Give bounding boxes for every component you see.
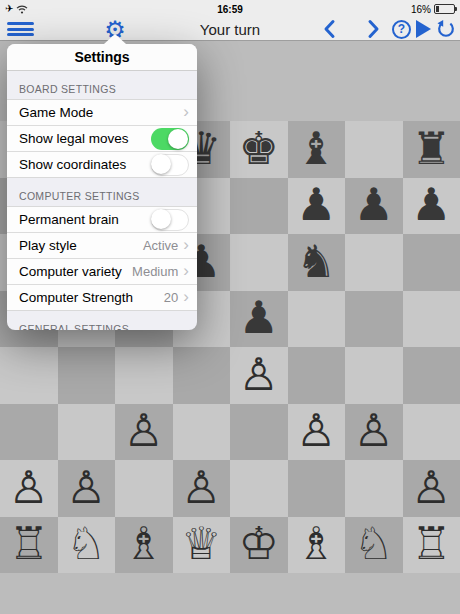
square-e1[interactable]: ♔ <box>230 517 288 574</box>
square-h1[interactable]: ♖ <box>403 517 460 574</box>
square-h8[interactable]: ♜ <box>403 121 460 178</box>
battery-icon <box>434 4 455 14</box>
square-g3[interactable]: ♙ <box>345 404 403 461</box>
popover-title: Settings <box>7 44 197 71</box>
square-e4[interactable]: ♙ <box>230 347 288 404</box>
black-knight-piece: ♞ <box>296 239 336 284</box>
white-rook-piece: ♖ <box>9 521 49 566</box>
row-label: Play style <box>19 238 143 253</box>
black-rook-piece: ♜ <box>411 126 451 171</box>
white-pawn-piece: ♙ <box>411 465 451 510</box>
app-screen: ✈ 16:59 16% ⚙ Your turn ? <box>0 0 460 614</box>
square-e3[interactable] <box>230 404 288 461</box>
forward-move-button[interactable] <box>364 19 382 39</box>
white-queen-piece: ♕ <box>181 521 221 566</box>
square-a2[interactable]: ♙ <box>0 460 58 517</box>
square-g4[interactable] <box>345 347 403 404</box>
toolbar: ⚙ Your turn ? <box>0 18 460 41</box>
white-pawn-piece: ♙ <box>354 408 394 453</box>
square-e5[interactable]: ♟ <box>230 291 288 348</box>
square-h4[interactable] <box>403 347 460 404</box>
square-a3[interactable] <box>0 404 58 461</box>
square-b3[interactable] <box>58 404 116 461</box>
square-e7[interactable] <box>230 178 288 235</box>
section-header-computer-settings: COMPUTER SETTINGS <box>7 178 197 206</box>
white-pawn-piece: ♙ <box>124 408 164 453</box>
square-e6[interactable] <box>230 234 288 291</box>
white-pawn-piece: ♙ <box>296 408 336 453</box>
white-pawn-piece: ♙ <box>181 465 221 510</box>
row-label: Game Mode <box>19 105 183 120</box>
square-f8[interactable]: ♝ <box>288 121 346 178</box>
chevron-right-icon: › <box>183 236 189 253</box>
settings-row-play-style[interactable]: Play styleActive› <box>7 232 197 258</box>
square-g1[interactable]: ♘ <box>345 517 403 574</box>
square-g8[interactable] <box>345 121 403 178</box>
square-f4[interactable] <box>288 347 346 404</box>
square-f3[interactable]: ♙ <box>288 404 346 461</box>
settings-popover: Settings BOARD SETTINGSGame Mode›Show le… <box>7 44 197 330</box>
chevron-right-icon: › <box>183 262 189 279</box>
toggle-switch-permanent-brain[interactable] <box>151 209 189 231</box>
white-bishop-piece: ♗ <box>124 521 164 566</box>
square-h7[interactable]: ♟ <box>403 178 460 235</box>
settings-row-computer-strength[interactable]: Computer Strength20› <box>7 284 197 310</box>
black-pawn-piece: ♟ <box>411 182 451 227</box>
chevron-left-icon <box>326 22 333 37</box>
settings-row-computer-variety[interactable]: Computer varietyMedium› <box>7 258 197 284</box>
refresh-icon <box>436 19 456 39</box>
white-knight-piece: ♘ <box>66 521 106 566</box>
popover-sections: BOARD SETTINGSGame Mode›Show legal moves… <box>7 71 197 330</box>
row-label: Computer Strength <box>19 290 164 305</box>
square-b4[interactable] <box>58 347 116 404</box>
black-pawn-piece: ♟ <box>296 182 336 227</box>
square-g2[interactable] <box>345 460 403 517</box>
chevron-right-icon: › <box>183 288 189 305</box>
chevron-right-icon <box>370 22 377 37</box>
white-rook-piece: ♖ <box>411 521 451 566</box>
play-button[interactable] <box>416 20 431 38</box>
white-pawn-piece: ♙ <box>66 465 106 510</box>
row-label: Permanent brain <box>19 212 151 227</box>
square-c1[interactable]: ♗ <box>115 517 173 574</box>
help-button[interactable]: ? <box>392 20 411 39</box>
status-bar: ✈ 16:59 16% <box>0 0 460 18</box>
square-c3[interactable]: ♙ <box>115 404 173 461</box>
clock-label: 16:59 <box>0 4 460 15</box>
row-label: Computer variety <box>19 264 132 279</box>
section-header-general-settings: GENERAL SETTINGS <box>7 311 197 330</box>
chevron-right-icon: › <box>183 103 189 120</box>
switch-knob <box>168 129 188 149</box>
white-bishop-piece: ♗ <box>296 521 336 566</box>
black-bishop-piece: ♝ <box>296 126 336 171</box>
square-d1[interactable]: ♕ <box>173 517 231 574</box>
new-game-button[interactable] <box>436 19 456 39</box>
square-f1[interactable]: ♗ <box>288 517 346 574</box>
settings-row-game-mode[interactable]: Game Mode› <box>7 100 197 125</box>
square-h6[interactable] <box>403 234 460 291</box>
square-d4[interactable] <box>173 347 231 404</box>
square-a4[interactable] <box>0 347 58 404</box>
settings-row-show-coordinates[interactable]: Show coordinates <box>7 151 197 177</box>
question-mark-icon: ? <box>392 20 411 39</box>
toggle-switch-show-coordinates[interactable] <box>151 154 189 176</box>
white-king-piece: ♔ <box>239 521 279 566</box>
row-value: Medium <box>132 264 178 279</box>
white-pawn-piece: ♙ <box>239 352 279 397</box>
black-pawn-piece: ♟ <box>354 182 394 227</box>
square-h3[interactable] <box>403 404 460 461</box>
square-c4[interactable] <box>115 347 173 404</box>
switch-knob <box>151 154 171 174</box>
white-pawn-piece: ♙ <box>9 465 49 510</box>
square-e8[interactable]: ♚ <box>230 121 288 178</box>
square-g5[interactable] <box>345 291 403 348</box>
square-a1[interactable]: ♖ <box>0 517 58 574</box>
black-pawn-piece: ♟ <box>239 295 279 340</box>
square-g6[interactable] <box>345 234 403 291</box>
row-label: Show coordinates <box>19 157 151 172</box>
square-f7[interactable]: ♟ <box>288 178 346 235</box>
square-d2[interactable]: ♙ <box>173 460 231 517</box>
black-king-piece: ♚ <box>239 126 279 171</box>
square-e2[interactable] <box>230 460 288 517</box>
square-f2[interactable] <box>288 460 346 517</box>
square-d3[interactable] <box>173 404 231 461</box>
square-h2[interactable]: ♙ <box>403 460 460 517</box>
square-f6[interactable]: ♞ <box>288 234 346 291</box>
square-b1[interactable]: ♘ <box>58 517 116 574</box>
settings-row-show-legal-moves[interactable]: Show legal moves <box>7 125 197 151</box>
popover-arrow <box>104 34 126 44</box>
row-value: Active <box>143 238 178 253</box>
row-label: Show legal moves <box>19 131 151 146</box>
white-knight-piece: ♘ <box>354 521 394 566</box>
square-f5[interactable] <box>288 291 346 348</box>
back-move-button[interactable] <box>320 19 338 39</box>
row-value: 20 <box>164 290 178 305</box>
square-b2[interactable]: ♙ <box>58 460 116 517</box>
play-icon <box>416 20 431 38</box>
square-g7[interactable]: ♟ <box>345 178 403 235</box>
settings-row-permanent-brain[interactable]: Permanent brain <box>7 207 197 232</box>
toggle-switch-show-legal-moves[interactable] <box>151 128 189 150</box>
section-header-board-settings: BOARD SETTINGS <box>7 71 197 99</box>
square-c2[interactable] <box>115 460 173 517</box>
switch-knob <box>151 209 171 229</box>
square-h5[interactable] <box>403 291 460 348</box>
